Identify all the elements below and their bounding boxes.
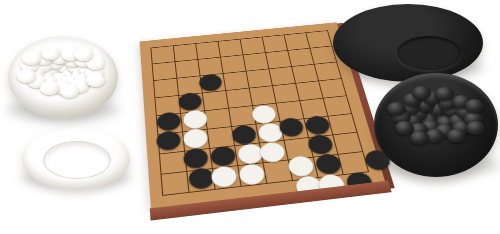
black-stone: ●: [229, 122, 257, 144]
white-stone-bowl: [8, 36, 118, 118]
white-bowl-stone: [17, 69, 36, 83]
white-lid-inner-ring: [43, 141, 111, 179]
black-stone-bowl: [374, 73, 498, 177]
white-bowl-stone: [60, 84, 79, 98]
black-stone: ●: [342, 169, 373, 193]
white-stone: ●: [257, 139, 286, 161]
white-stone-pile: [13, 42, 113, 100]
white-stone: ●: [292, 173, 322, 197]
black-stone-pile: [381, 83, 491, 149]
black-bowl-stone: [387, 102, 406, 116]
black-stone: ●: [186, 165, 214, 189]
black-lid-inner-ring: [397, 36, 461, 70]
white-stone: ●: [249, 102, 276, 123]
white-stone: ●: [235, 141, 263, 164]
white-stone: ●: [236, 161, 265, 185]
black-stone: ●: [176, 90, 202, 110]
white-stone: ●: [208, 163, 237, 187]
black-bowl-stone: [465, 99, 484, 113]
black-bowl-stone: [412, 86, 431, 100]
black-bowl-stone: [447, 129, 466, 143]
black-stone: ●: [155, 109, 181, 130]
black-bowl-stone: [410, 131, 429, 145]
black-bowl-stone: [466, 121, 485, 135]
white-bowl-stone: [86, 73, 105, 87]
white-stone: ●: [255, 120, 283, 142]
black-bowl-lid: [333, 4, 483, 82]
black-stone: ●: [312, 151, 342, 174]
black-stone: ●: [302, 113, 331, 134]
white-stone: ●: [314, 171, 345, 195]
white-stone: ●: [181, 107, 207, 128]
white-bowl-stone: [40, 81, 59, 95]
white-bowl-lid: [22, 128, 130, 190]
black-stone: ●: [154, 128, 181, 150]
black-stone: ●: [276, 115, 304, 136]
black-stone: ●: [181, 145, 209, 168]
white-bowl-stone: [41, 46, 60, 60]
black-stone: ●: [208, 143, 236, 166]
go-set-product-photo: ●●●●●●●●●●●●●●●●●●●●●●●●●: [0, 0, 500, 234]
black-stone: ●: [304, 132, 333, 154]
white-stone: ●: [285, 153, 315, 176]
white-stone: ●: [181, 126, 208, 148]
